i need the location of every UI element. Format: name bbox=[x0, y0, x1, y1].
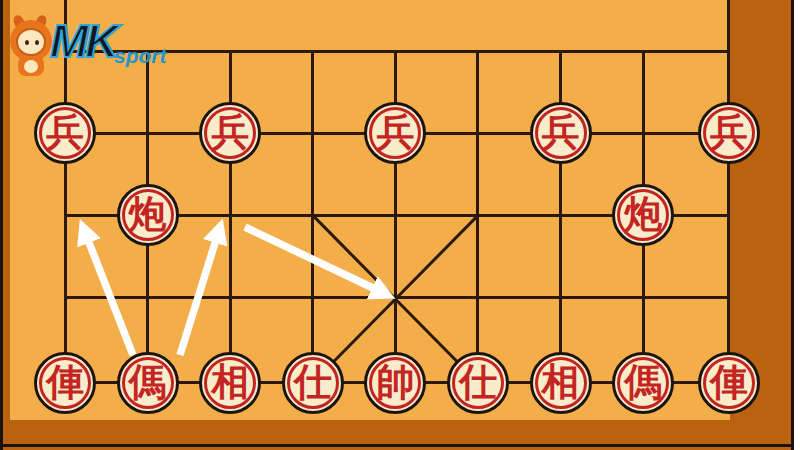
board-cell bbox=[479, 217, 562, 299]
logo-text-mk: MK bbox=[50, 18, 116, 64]
piece-ring: 俥 bbox=[703, 357, 755, 409]
red-advisor[interactable]: 仕 bbox=[447, 352, 509, 414]
red-soldier[interactable]: 兵 bbox=[698, 102, 760, 164]
piece-ring: 仕 bbox=[287, 357, 339, 409]
red-chariot[interactable]: 俥 bbox=[698, 352, 760, 414]
red-cannon[interactable]: 炮 bbox=[117, 184, 179, 246]
piece-ring: 相 bbox=[535, 357, 587, 409]
red-elephant[interactable]: 相 bbox=[530, 352, 592, 414]
logo-text-sport: sport bbox=[114, 44, 167, 68]
red-horse[interactable]: 傌 bbox=[117, 352, 179, 414]
xiangqi-screenshot: 兵兵兵兵兵炮炮俥傌相仕帥仕相傌俥 MK sport bbox=[0, 0, 800, 450]
piece-ring: 傌 bbox=[122, 357, 174, 409]
piece-character: 兵 bbox=[710, 113, 748, 151]
piece-character: 仕 bbox=[459, 363, 497, 401]
piece-character: 仕 bbox=[294, 363, 332, 401]
red-chariot[interactable]: 俥 bbox=[34, 352, 96, 414]
piece-character: 俥 bbox=[710, 363, 748, 401]
red-general[interactable]: 帥 bbox=[364, 352, 426, 414]
piece-character: 炮 bbox=[624, 195, 662, 233]
piece-character: 兵 bbox=[211, 113, 249, 151]
red-soldier[interactable]: 兵 bbox=[199, 102, 261, 164]
piece-character: 傌 bbox=[624, 363, 662, 401]
piece-ring: 相 bbox=[204, 357, 256, 409]
piece-character: 傌 bbox=[129, 363, 167, 401]
piece-ring: 炮 bbox=[617, 189, 669, 241]
piece-character: 炮 bbox=[129, 195, 167, 233]
piece-character: 兵 bbox=[376, 113, 414, 151]
piece-ring: 帥 bbox=[369, 357, 421, 409]
red-elephant[interactable]: 相 bbox=[199, 352, 261, 414]
piece-ring: 傌 bbox=[617, 357, 669, 409]
piece-character: 相 bbox=[211, 363, 249, 401]
piece-ring: 炮 bbox=[122, 189, 174, 241]
piece-ring: 兵 bbox=[204, 107, 256, 159]
red-horse[interactable]: 傌 bbox=[612, 352, 674, 414]
frame-outline-right bbox=[791, 0, 794, 450]
dragon-mascot-icon bbox=[8, 20, 56, 80]
mksport-logo: MK sport bbox=[6, 12, 186, 84]
board-cell bbox=[232, 217, 315, 299]
piece-character: 兵 bbox=[542, 113, 580, 151]
piece-ring: 兵 bbox=[369, 107, 421, 159]
board-cell bbox=[397, 217, 480, 299]
frame-outline-bottom bbox=[0, 444, 794, 447]
piece-ring: 兵 bbox=[703, 107, 755, 159]
piece-character: 兵 bbox=[46, 113, 84, 151]
red-soldier[interactable]: 兵 bbox=[34, 102, 96, 164]
red-advisor[interactable]: 仕 bbox=[282, 352, 344, 414]
piece-ring: 兵 bbox=[535, 107, 587, 159]
red-soldier[interactable]: 兵 bbox=[530, 102, 592, 164]
piece-character: 帥 bbox=[376, 363, 414, 401]
piece-character: 俥 bbox=[46, 363, 84, 401]
piece-ring: 兵 bbox=[39, 107, 91, 159]
board-cell bbox=[314, 217, 397, 299]
frame-outline-left bbox=[0, 0, 3, 450]
river-edge-line-right bbox=[727, 0, 730, 52]
piece-ring: 俥 bbox=[39, 357, 91, 409]
piece-character: 相 bbox=[542, 363, 580, 401]
piece-ring: 仕 bbox=[452, 357, 504, 409]
